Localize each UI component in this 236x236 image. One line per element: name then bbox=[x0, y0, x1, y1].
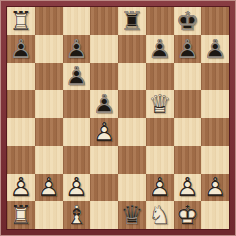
square-g8[interactable]: ♚♔ bbox=[174, 7, 202, 35]
piece-white-pawn[interactable]: ♟♙ bbox=[146, 174, 174, 202]
square-h3[interactable] bbox=[201, 146, 229, 174]
black-pawn-outline-icon: ♙ bbox=[201, 35, 229, 63]
square-d1[interactable] bbox=[90, 201, 118, 229]
white-rook-outline-icon: ♖ bbox=[7, 201, 35, 229]
white-pawn-outline-icon: ♙ bbox=[63, 174, 91, 202]
square-h8[interactable] bbox=[201, 7, 229, 35]
square-e2[interactable] bbox=[118, 174, 146, 202]
piece-white-pawn[interactable]: ♟♙ bbox=[7, 174, 35, 202]
square-g3[interactable] bbox=[174, 146, 202, 174]
square-c5[interactable] bbox=[63, 90, 91, 118]
square-f2[interactable]: ♟♙ bbox=[146, 174, 174, 202]
square-e6[interactable] bbox=[118, 63, 146, 91]
black-king-outline-icon: ♔ bbox=[174, 7, 202, 35]
black-rook-outline-icon: ♖ bbox=[118, 7, 146, 35]
square-f6[interactable] bbox=[146, 63, 174, 91]
square-f5[interactable]: ♛♕ bbox=[146, 90, 174, 118]
square-b6[interactable] bbox=[35, 63, 63, 91]
square-e7[interactable] bbox=[118, 35, 146, 63]
square-b7[interactable] bbox=[35, 35, 63, 63]
black-pawn-outline-icon: ♙ bbox=[63, 63, 91, 91]
piece-white-pawn[interactable]: ♟♙ bbox=[35, 174, 63, 202]
square-a5[interactable] bbox=[7, 90, 35, 118]
square-h1[interactable] bbox=[201, 201, 229, 229]
square-d7[interactable] bbox=[90, 35, 118, 63]
white-pawn-outline-icon: ♙ bbox=[35, 174, 63, 202]
piece-black-pawn[interactable]: ♟♙ bbox=[63, 63, 91, 91]
square-h2[interactable]: ♟♙ bbox=[201, 174, 229, 202]
black-queen-outline-icon: ♕ bbox=[118, 201, 146, 229]
square-g6[interactable] bbox=[174, 63, 202, 91]
piece-black-pawn[interactable]: ♟♙ bbox=[146, 35, 174, 63]
piece-white-bishop[interactable]: ♝♗ bbox=[63, 201, 91, 229]
piece-white-pawn[interactable]: ♟♙ bbox=[174, 174, 202, 202]
piece-white-king[interactable]: ♚♔ bbox=[174, 201, 202, 229]
square-b8[interactable] bbox=[35, 7, 63, 35]
square-d8[interactable] bbox=[90, 7, 118, 35]
square-a8[interactable]: ♜♖ bbox=[7, 7, 35, 35]
square-e3[interactable] bbox=[118, 146, 146, 174]
square-g4[interactable] bbox=[174, 118, 202, 146]
white-rook-outline-icon: ♖ bbox=[7, 7, 35, 35]
piece-white-pawn[interactable]: ♟♙ bbox=[63, 174, 91, 202]
piece-black-pawn[interactable]: ♟♙ bbox=[7, 35, 35, 63]
square-f4[interactable] bbox=[146, 118, 174, 146]
square-g5[interactable] bbox=[174, 90, 202, 118]
square-c1[interactable]: ♝♗ bbox=[63, 201, 91, 229]
white-king-outline-icon: ♔ bbox=[174, 201, 202, 229]
square-e1[interactable]: ♛♕ bbox=[118, 201, 146, 229]
square-h6[interactable] bbox=[201, 63, 229, 91]
piece-white-queen[interactable]: ♛♕ bbox=[146, 90, 174, 118]
square-g7[interactable]: ♟♙ bbox=[174, 35, 202, 63]
black-pawn-outline-icon: ♙ bbox=[63, 35, 91, 63]
square-b3[interactable] bbox=[35, 146, 63, 174]
black-pawn-outline-icon: ♙ bbox=[146, 35, 174, 63]
square-a7[interactable]: ♟♙ bbox=[7, 35, 35, 63]
square-c8[interactable] bbox=[63, 7, 91, 35]
square-d2[interactable] bbox=[90, 174, 118, 202]
piece-white-rook[interactable]: ♜♖ bbox=[7, 201, 35, 229]
white-pawn-outline-icon: ♙ bbox=[90, 118, 118, 146]
square-h5[interactable] bbox=[201, 90, 229, 118]
square-c4[interactable] bbox=[63, 118, 91, 146]
square-e8[interactable]: ♜♖ bbox=[118, 7, 146, 35]
square-d3[interactable] bbox=[90, 146, 118, 174]
square-a2[interactable]: ♟♙ bbox=[7, 174, 35, 202]
white-queen-outline-icon: ♕ bbox=[146, 90, 174, 118]
piece-white-knight[interactable]: ♞♘ bbox=[146, 201, 174, 229]
square-c2[interactable]: ♟♙ bbox=[63, 174, 91, 202]
piece-black-pawn[interactable]: ♟♙ bbox=[174, 35, 202, 63]
white-bishop-outline-icon: ♗ bbox=[63, 201, 91, 229]
white-pawn-outline-icon: ♙ bbox=[7, 174, 35, 202]
square-d6[interactable] bbox=[90, 63, 118, 91]
piece-black-rook[interactable]: ♜♖ bbox=[118, 7, 146, 35]
white-pawn-outline-icon: ♙ bbox=[146, 174, 174, 202]
square-f3[interactable] bbox=[146, 146, 174, 174]
black-pawn-outline-icon: ♙ bbox=[90, 90, 118, 118]
board-frame: ♜♖♜♖♚♔♟♙♟♙♟♙♟♙♟♙♟♙♟♙♛♕♟♙♟♙♟♙♟♙♟♙♟♙♟♙♜♖♝♗… bbox=[0, 0, 236, 236]
piece-black-queen[interactable]: ♛♕ bbox=[118, 201, 146, 229]
square-e4[interactable] bbox=[118, 118, 146, 146]
square-c7[interactable]: ♟♙ bbox=[63, 35, 91, 63]
square-f1[interactable]: ♞♘ bbox=[146, 201, 174, 229]
white-pawn-outline-icon: ♙ bbox=[201, 174, 229, 202]
square-g2[interactable]: ♟♙ bbox=[174, 174, 202, 202]
square-g1[interactable]: ♚♔ bbox=[174, 201, 202, 229]
square-b5[interactable] bbox=[35, 90, 63, 118]
square-h7[interactable]: ♟♙ bbox=[201, 35, 229, 63]
piece-black-king[interactable]: ♚♔ bbox=[174, 7, 202, 35]
piece-black-pawn[interactable]: ♟♙ bbox=[201, 35, 229, 63]
square-a3[interactable] bbox=[7, 146, 35, 174]
square-f7[interactable]: ♟♙ bbox=[146, 35, 174, 63]
square-h4[interactable] bbox=[201, 118, 229, 146]
square-a4[interactable] bbox=[7, 118, 35, 146]
square-f8[interactable] bbox=[146, 7, 174, 35]
square-c6[interactable]: ♟♙ bbox=[63, 63, 91, 91]
square-b4[interactable] bbox=[35, 118, 63, 146]
square-d4[interactable]: ♟♙ bbox=[90, 118, 118, 146]
piece-white-rook[interactable]: ♜♖ bbox=[7, 7, 35, 35]
white-knight-outline-icon: ♘ bbox=[146, 201, 174, 229]
square-b1[interactable] bbox=[35, 201, 63, 229]
piece-black-pawn[interactable]: ♟♙ bbox=[63, 35, 91, 63]
chess-board: ♜♖♜♖♚♔♟♙♟♙♟♙♟♙♟♙♟♙♟♙♛♕♟♙♟♙♟♙♟♙♟♙♟♙♟♙♜♖♝♗… bbox=[7, 7, 229, 229]
piece-white-pawn[interactable]: ♟♙ bbox=[90, 118, 118, 146]
white-pawn-outline-icon: ♙ bbox=[174, 174, 202, 202]
piece-white-pawn[interactable]: ♟♙ bbox=[201, 174, 229, 202]
square-e5[interactable] bbox=[118, 90, 146, 118]
square-c3[interactable] bbox=[63, 146, 91, 174]
square-b2[interactable]: ♟♙ bbox=[35, 174, 63, 202]
piece-black-pawn[interactable]: ♟♙ bbox=[90, 90, 118, 118]
black-pawn-outline-icon: ♙ bbox=[174, 35, 202, 63]
black-pawn-outline-icon: ♙ bbox=[7, 35, 35, 63]
square-d5[interactable]: ♟♙ bbox=[90, 90, 118, 118]
square-a6[interactable] bbox=[7, 63, 35, 91]
square-a1[interactable]: ♜♖ bbox=[7, 201, 35, 229]
